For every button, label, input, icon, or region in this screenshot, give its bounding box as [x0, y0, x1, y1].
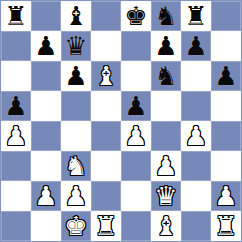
white-pawn-c2[interactable]: ♟	[64, 181, 87, 211]
square-c5[interactable]	[61, 91, 91, 121]
square-d2[interactable]	[91, 181, 121, 211]
white-pawn-h2[interactable]: ♟	[214, 181, 237, 211]
black-pawn-e5[interactable]: ♟	[124, 91, 147, 121]
black-king-e8[interactable]: ♚	[124, 1, 147, 31]
square-a2[interactable]	[1, 181, 31, 211]
square-c7[interactable]: ♛	[61, 31, 91, 61]
square-h4[interactable]	[211, 121, 241, 151]
square-h5[interactable]	[211, 91, 241, 121]
square-b3[interactable]	[31, 151, 61, 181]
square-b2[interactable]: ♟	[31, 181, 61, 211]
black-pawn-h6[interactable]: ♟	[214, 61, 237, 91]
square-a8[interactable]: ♜	[1, 1, 31, 31]
square-a1[interactable]	[1, 211, 31, 241]
square-g6[interactable]	[181, 61, 211, 91]
square-e1[interactable]	[121, 211, 151, 241]
square-f1[interactable]: ♝	[151, 211, 181, 241]
square-h8[interactable]	[211, 1, 241, 31]
white-pawn-e4[interactable]: ♟	[124, 121, 147, 151]
square-e7[interactable]	[121, 31, 151, 61]
square-d4[interactable]	[91, 121, 121, 151]
square-g2[interactable]	[181, 181, 211, 211]
square-c3[interactable]: ♞	[61, 151, 91, 181]
square-h1[interactable]: ♜	[211, 211, 241, 241]
white-king-c1[interactable]: ♚	[64, 211, 87, 241]
square-g3[interactable]	[181, 151, 211, 181]
white-bishop-f1[interactable]: ♝	[154, 211, 177, 241]
square-b7[interactable]: ♟	[31, 31, 61, 61]
square-b4[interactable]	[31, 121, 61, 151]
black-pawn-f7[interactable]: ♟	[154, 31, 177, 61]
square-e4[interactable]: ♟	[121, 121, 151, 151]
square-h3[interactable]	[211, 151, 241, 181]
white-pawn-g4[interactable]: ♟	[184, 121, 207, 151]
square-g7[interactable]: ♟	[181, 31, 211, 61]
square-h7[interactable]	[211, 31, 241, 61]
square-f3[interactable]: ♟	[151, 151, 181, 181]
white-knight-c3[interactable]: ♞	[64, 151, 87, 181]
square-e6[interactable]	[121, 61, 151, 91]
square-e3[interactable]	[121, 151, 151, 181]
white-rook-h1[interactable]: ♜	[214, 211, 237, 241]
square-f7[interactable]: ♟	[151, 31, 181, 61]
chess-board: ♜♝♚♞♜♟♛♟♟♟♝♞♟♟♟♟♟♟♞♟♟♟♛♟♚♜♝♜	[0, 0, 242, 242]
square-b1[interactable]	[31, 211, 61, 241]
square-g4[interactable]: ♟	[181, 121, 211, 151]
square-d8[interactable]	[91, 1, 121, 31]
square-b8[interactable]	[31, 1, 61, 31]
black-pawn-c6[interactable]: ♟	[64, 61, 87, 91]
square-e5[interactable]: ♟	[121, 91, 151, 121]
black-rook-a8[interactable]: ♜	[4, 1, 27, 31]
square-h6[interactable]: ♟	[211, 61, 241, 91]
square-f5[interactable]	[151, 91, 181, 121]
square-b5[interactable]	[31, 91, 61, 121]
white-queen-f2[interactable]: ♛	[154, 181, 177, 211]
square-h2[interactable]: ♟	[211, 181, 241, 211]
square-g5[interactable]	[181, 91, 211, 121]
square-g1[interactable]	[181, 211, 211, 241]
square-c4[interactable]	[61, 121, 91, 151]
black-knight-f6[interactable]: ♞	[154, 61, 177, 91]
black-bishop-c8[interactable]: ♝	[64, 1, 87, 31]
white-pawn-a4[interactable]: ♟	[4, 121, 27, 151]
square-e8[interactable]: ♚	[121, 1, 151, 31]
square-c2[interactable]: ♟	[61, 181, 91, 211]
square-g8[interactable]: ♜	[181, 1, 211, 31]
square-a5[interactable]: ♟	[1, 91, 31, 121]
square-d6[interactable]: ♝	[91, 61, 121, 91]
square-b6[interactable]	[31, 61, 61, 91]
white-pawn-b2[interactable]: ♟	[34, 181, 57, 211]
black-queen-c7[interactable]: ♛	[64, 31, 87, 61]
square-c1[interactable]: ♚	[61, 211, 91, 241]
white-rook-d1[interactable]: ♜	[94, 211, 117, 241]
white-bishop-d6[interactable]: ♝	[94, 61, 117, 91]
square-f8[interactable]: ♞	[151, 1, 181, 31]
square-d5[interactable]	[91, 91, 121, 121]
square-a6[interactable]	[1, 61, 31, 91]
black-rook-g8[interactable]: ♜	[184, 1, 207, 31]
black-pawn-g7[interactable]: ♟	[184, 31, 207, 61]
black-pawn-b7[interactable]: ♟	[34, 31, 57, 61]
square-c6[interactable]: ♟	[61, 61, 91, 91]
square-d1[interactable]: ♜	[91, 211, 121, 241]
square-d3[interactable]	[91, 151, 121, 181]
square-c8[interactable]: ♝	[61, 1, 91, 31]
black-pawn-a5[interactable]: ♟	[4, 91, 27, 121]
square-f4[interactable]	[151, 121, 181, 151]
square-e2[interactable]	[121, 181, 151, 211]
white-pawn-f3[interactable]: ♟	[154, 151, 177, 181]
square-d7[interactable]	[91, 31, 121, 61]
square-a3[interactable]	[1, 151, 31, 181]
black-knight-f8[interactable]: ♞	[154, 1, 177, 31]
square-f6[interactable]: ♞	[151, 61, 181, 91]
square-a4[interactable]: ♟	[1, 121, 31, 151]
square-f2[interactable]: ♛	[151, 181, 181, 211]
square-a7[interactable]	[1, 31, 31, 61]
